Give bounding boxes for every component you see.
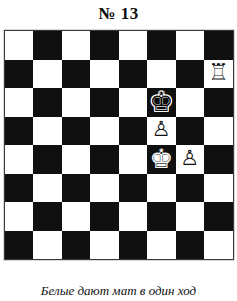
square-e5[interactable] [119,117,148,146]
white-pawn-g4[interactable]: ♙ [180,148,199,169]
square-c3[interactable] [62,174,91,203]
square-b2[interactable] [33,202,62,231]
square-a8[interactable] [5,31,34,60]
square-g1[interactable] [176,231,205,260]
square-g8[interactable] [176,31,205,60]
square-h3[interactable] [204,174,233,203]
square-a1[interactable] [5,231,34,260]
square-e4[interactable] [119,145,148,174]
square-b7[interactable] [33,60,62,89]
square-d8[interactable] [90,31,119,60]
square-b4[interactable] [33,145,62,174]
square-h1[interactable] [204,231,233,260]
square-f2[interactable] [147,202,176,231]
square-b8[interactable] [33,31,62,60]
square-d5[interactable] [90,117,119,146]
square-a3[interactable] [5,174,34,203]
square-c6[interactable] [62,88,91,117]
square-g5[interactable] [176,117,205,146]
square-c5[interactable] [62,117,91,146]
square-c2[interactable] [62,202,91,231]
square-d6[interactable] [90,88,119,117]
square-g7[interactable] [176,60,205,89]
square-f1[interactable] [147,231,176,260]
square-b3[interactable] [33,174,62,203]
white-pawn-f5[interactable]: ♙ [152,119,171,140]
square-f4[interactable]: ♚ [147,145,176,174]
square-b6[interactable] [33,88,62,117]
square-d4[interactable] [90,145,119,174]
puzzle-caption: Белые дают мат в один ход [0,283,237,299]
square-g2[interactable] [176,202,205,231]
square-f5[interactable]: ♙ [147,117,176,146]
square-f6[interactable]: ♚ [147,88,176,117]
puzzle-page: № 13 ♖♚♙♚♙ Белые дают мат в один ход [0,0,237,301]
square-e8[interactable] [119,31,148,60]
square-c8[interactable] [62,31,91,60]
puzzle-number-title: № 13 [0,1,237,27]
square-f7[interactable] [147,60,176,89]
white-king-f4[interactable]: ♚ [149,145,173,172]
square-d7[interactable] [90,60,119,89]
square-h4[interactable] [204,145,233,174]
square-g3[interactable] [176,174,205,203]
chess-board: ♖♚♙♚♙ [4,30,234,260]
square-e6[interactable] [119,88,148,117]
square-d1[interactable] [90,231,119,260]
square-h2[interactable] [204,202,233,231]
square-d3[interactable] [90,174,119,203]
square-f8[interactable] [147,31,176,60]
square-c4[interactable] [62,145,91,174]
black-king-f6[interactable]: ♚ [149,88,173,115]
square-e7[interactable] [119,60,148,89]
square-a6[interactable] [5,88,34,117]
white-rook-h7[interactable]: ♖ [208,61,229,84]
square-b5[interactable] [33,117,62,146]
square-a5[interactable] [5,117,34,146]
square-h8[interactable] [204,31,233,60]
square-g4[interactable]: ♙ [176,145,205,174]
square-e2[interactable] [119,202,148,231]
square-b1[interactable] [33,231,62,260]
square-e1[interactable] [119,231,148,260]
square-f3[interactable] [147,174,176,203]
square-d2[interactable] [90,202,119,231]
square-h5[interactable] [204,117,233,146]
square-g6[interactable] [176,88,205,117]
square-e3[interactable] [119,174,148,203]
square-a4[interactable] [5,145,34,174]
square-a2[interactable] [5,202,34,231]
square-c1[interactable] [62,231,91,260]
square-c7[interactable] [62,60,91,89]
square-h6[interactable] [204,88,233,117]
square-h7[interactable]: ♖ [204,60,233,89]
square-a7[interactable] [5,60,34,89]
